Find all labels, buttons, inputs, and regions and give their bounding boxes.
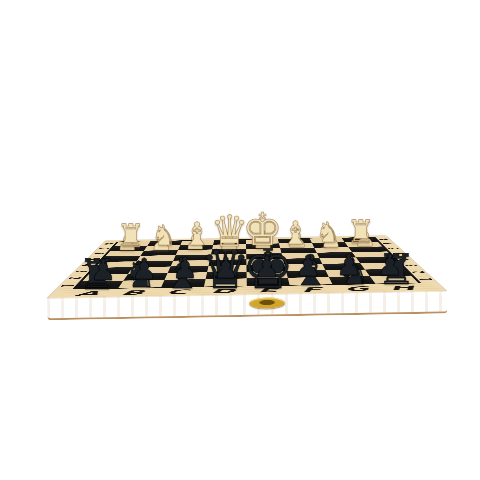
black-pawn-a7[interactable]: ♟ [90,256,116,285]
white-rook-a1[interactable]: ♜ [117,220,146,252]
black-pawn-g7[interactable]: ♟ [336,252,362,281]
white-bishop-f1[interactable]: ♝ [281,217,310,249]
black-pawn-c7[interactable]: ♟ [172,255,198,284]
white-rook-h1[interactable]: ♜ [347,216,376,248]
pieces-layer: ♜♞♝♛♚♝♞♜♟♟♟♟♟♟♟♟♟♟♟♟♟♟♟♟♜♞♝♛♚♝♞♜ [0,0,480,480]
black-pawn-d7[interactable]: ♟ [213,254,239,283]
white-bishop-c1[interactable]: ♝ [182,218,211,250]
black-pawn-f7[interactable]: ♟ [295,252,321,281]
black-pawn-h7[interactable]: ♟ [377,251,403,280]
black-pawn-b7[interactable]: ♟ [131,255,157,284]
white-knight-g1[interactable]: ♞ [316,219,341,247]
chess-set-photo: ABCDEFGH ABCDEFGH 87654321 87654321 ♜♞♝♛… [0,0,480,480]
white-king-e1[interactable]: ♚ [242,207,282,252]
black-pawn-e7[interactable]: ♟ [254,253,280,282]
white-knight-b1[interactable]: ♞ [151,222,176,250]
